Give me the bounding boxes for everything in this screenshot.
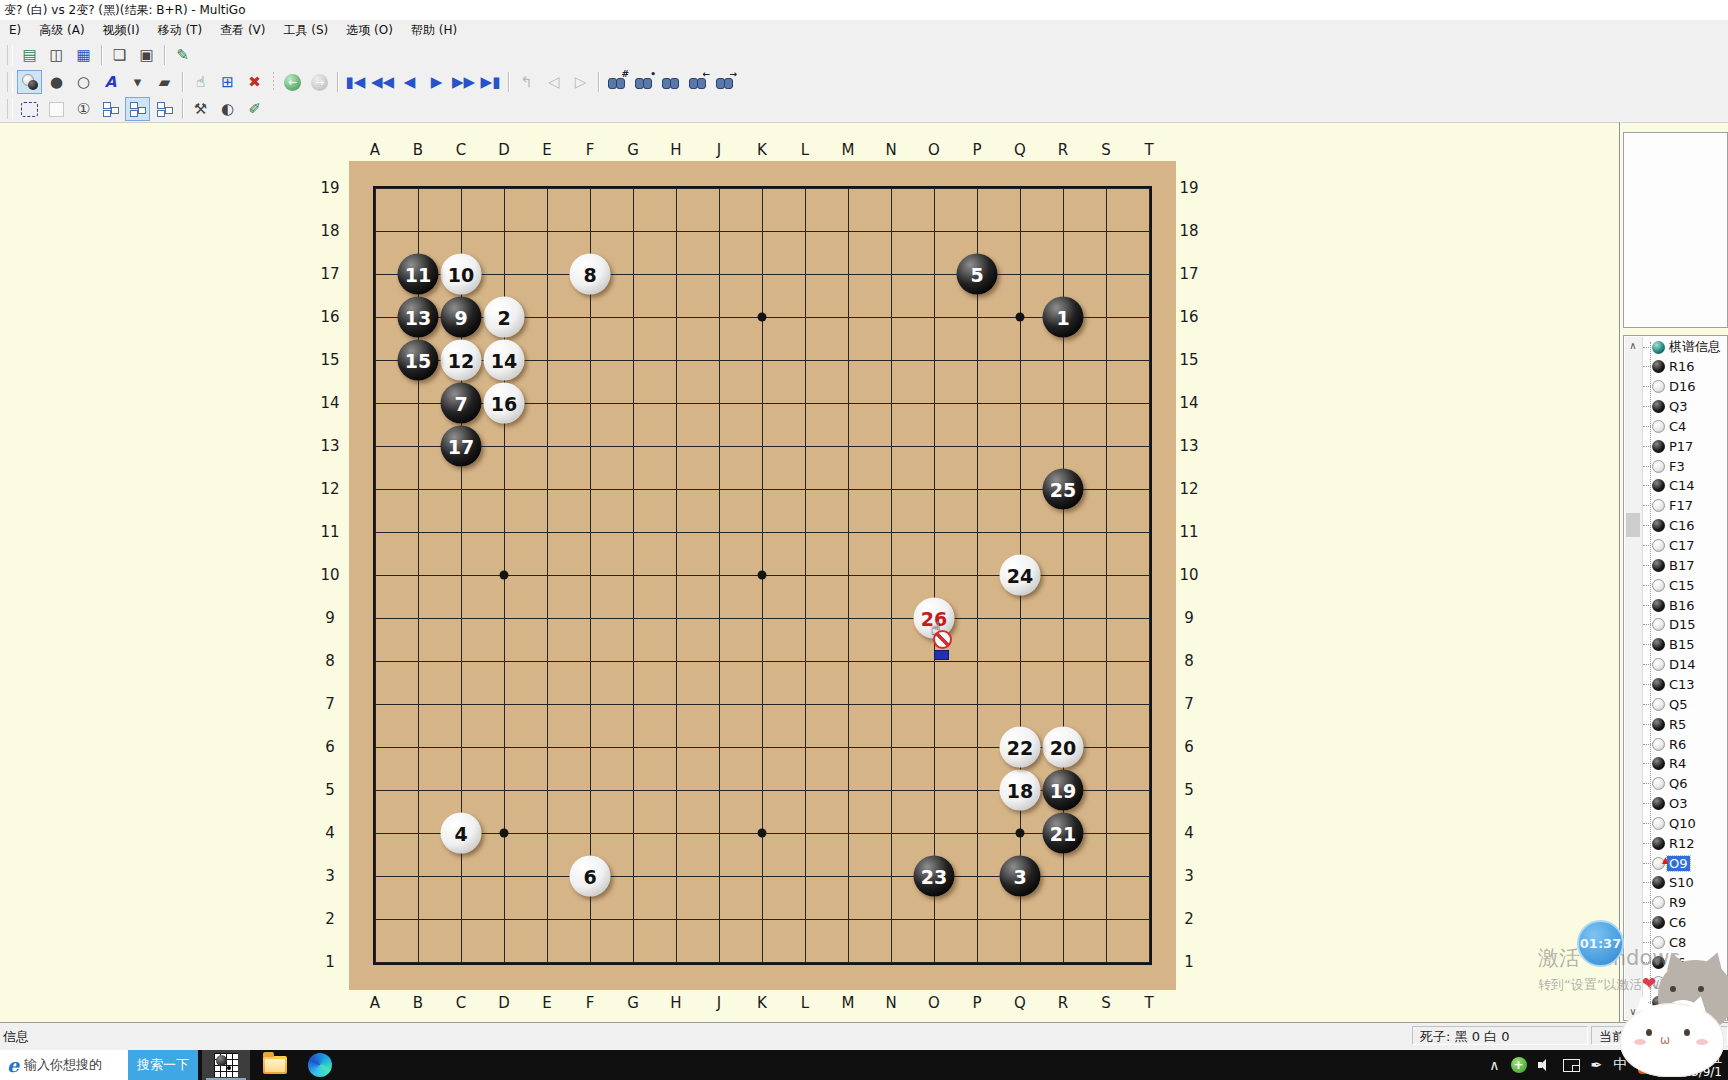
tree-compact-icon[interactable] — [125, 97, 150, 121]
move-label: D16 — [1669, 379, 1696, 394]
edge-browser-icon — [308, 1053, 332, 1077]
prev-variation-icon[interactable]: ◁ — [541, 70, 566, 94]
move-label: O9 — [1667, 856, 1690, 871]
move-label: R5 — [1669, 717, 1686, 732]
white-stone-icon — [1652, 499, 1665, 512]
black-stone-icon — [1652, 996, 1665, 1009]
move-label: Q5 — [1669, 697, 1688, 712]
black-stone-icon — [1652, 479, 1665, 492]
coord-row-9: 9 — [325, 609, 335, 627]
coord-row-16: 16 — [320, 308, 339, 326]
coord-col-J: J — [717, 141, 721, 159]
white-stone-icon — [1652, 579, 1665, 592]
black-stone-icon — [1652, 599, 1665, 612]
white-stone-icon — [1652, 618, 1665, 631]
coord-col-N: N — [885, 141, 896, 159]
current-move-status: 当前落子: 26 (O9) — [1591, 1026, 1728, 1045]
last-move-icon[interactable]: ▶▮ — [478, 70, 503, 94]
annotate-icon[interactable]: ✐ — [242, 97, 267, 121]
coord-row-8: 8 — [1184, 652, 1194, 670]
copy-icon[interactable]: ❏ — [107, 43, 132, 67]
coord-col-J: J — [717, 994, 721, 1012]
white-stone-icon — [1652, 738, 1665, 751]
toolbar-area: ▤◫▦❏▣✎ ●○A▾▰☝⊞✖←→▮◀◀◀◀▶▶▶▶▮↰◁▷#•←→ ①⚒◐✐ — [0, 41, 1728, 123]
game-info-panel — [1623, 132, 1728, 328]
move-label: Q10 — [1669, 816, 1696, 831]
tree-connector — [1643, 466, 1651, 467]
tree-move-item-C15[interactable]: C15 — [1643, 576, 1695, 594]
tree-move-item-E6[interactable]: E6 — [1643, 953, 1686, 971]
tree-connector — [1643, 605, 1651, 606]
tree-connector — [1643, 803, 1651, 804]
stone-C14[interactable]: 7 — [441, 383, 482, 424]
menu-item-3[interactable]: 移动 (T) — [149, 20, 212, 41]
status-bar: 信息 死子: 黑 0 白 0 当前落子: 26 (O9) — [0, 1022, 1728, 1051]
toolbar-grip — [7, 99, 13, 119]
stone-P17[interactable]: 5 — [957, 254, 998, 295]
black-stone-icon — [1652, 718, 1665, 731]
volume-icon[interactable] — [1538, 1059, 1552, 1071]
stone-B16[interactable]: 13 — [398, 297, 439, 338]
standard-toolbar: ▤◫▦❏▣✎ — [0, 42, 196, 68]
tree-move-item-O9[interactable]: ▲O9 — [1643, 854, 1690, 872]
coord-col-D: D — [498, 994, 510, 1012]
scroll-down-button[interactable]: ∨ — [1625, 1003, 1641, 1019]
move-label: B16 — [1669, 598, 1694, 613]
status-message: 信息 — [3, 1028, 29, 1046]
coord-col-H: H — [670, 994, 681, 1012]
tree-move-item-C14[interactable]: C14 — [1643, 477, 1695, 495]
coord-row-3: 3 — [1184, 867, 1194, 885]
stone-C17[interactable]: 10 — [441, 254, 482, 295]
star-point — [758, 571, 767, 580]
toolbar-separator — [272, 72, 275, 92]
tree-move-item-D15[interactable]: D15 — [1643, 616, 1696, 634]
tree-connector — [1643, 902, 1651, 903]
search-placeholder: 输入你想搜的 — [24, 1056, 102, 1074]
move-list: 棋谱信息R16D16Q3C4P17F3C14F17C16C17B17C15B16… — [1643, 336, 1727, 1020]
tree-connector — [1643, 446, 1651, 447]
coord-col-C: C — [456, 141, 466, 159]
menu-item-5[interactable]: 工具 (S) — [274, 20, 337, 41]
taskbar-search-box[interactable]: e 输入你想搜的 — [0, 1050, 128, 1080]
search-go-button[interactable]: 搜索一下 — [128, 1050, 198, 1080]
tree-connector — [1643, 744, 1651, 745]
edit-nav-toolbar: ●○A▾▰☝⊞✖←→▮◀◀◀◀▶▶▶▶▮↰◁▷#•←→ — [0, 69, 738, 95]
no-entry-icon — [933, 630, 952, 649]
system-tray: ∧ + ✒ 中 S 9:53 周五 2023/9/1 — [1489, 1050, 1728, 1080]
toolbar-separator — [164, 45, 165, 65]
toolbar-grip — [7, 45, 13, 65]
white-stone-icon — [1652, 420, 1665, 433]
coord-row-10: 10 — [320, 566, 339, 584]
white-stone-tool[interactable]: ○ — [71, 70, 96, 94]
properties-icon[interactable]: ✎ — [170, 43, 195, 67]
coord-col-B: B — [413, 994, 423, 1012]
move-number-icon[interactable]: ① — [71, 97, 96, 121]
coord-col-N: N — [885, 994, 896, 1012]
tree-move-item-C16[interactable]: C16 — [1643, 517, 1695, 535]
star-point — [758, 829, 767, 838]
pen-input-icon[interactable]: ✒ — [1591, 1057, 1603, 1073]
hand-tool[interactable]: ☝ — [188, 70, 213, 94]
tree-move-item-O3[interactable]: O3 — [1643, 795, 1688, 813]
folder-icon — [263, 1056, 287, 1074]
stone-O3[interactable]: 23 — [914, 856, 955, 897]
tree-connector — [1643, 783, 1651, 784]
coord-row-17: 17 — [1179, 265, 1198, 283]
taskbar: e 输入你想搜的 搜索一下 ∧ + ✒ 中 S 9:53 周五 2023/9/1 — [0, 1050, 1728, 1080]
position-query-icon[interactable]: ◐ — [215, 97, 240, 121]
black-stone-icon — [1652, 678, 1665, 691]
tree-move-item-Q6[interactable]: Q6 — [1643, 775, 1688, 793]
cursor-cuff — [934, 650, 949, 660]
move-label: R9 — [1669, 895, 1686, 910]
white-stone-icon — [1652, 539, 1665, 552]
tree-view-icon[interactable] — [98, 97, 123, 121]
tree-move-item-C6[interactable]: C6 — [1643, 914, 1686, 932]
star-point — [500, 571, 509, 580]
find-move-number-icon[interactable]: # — [604, 70, 629, 94]
move-label: S10 — [1669, 875, 1694, 890]
tree-root-item[interactable]: 棋谱信息 — [1643, 338, 1721, 356]
tree-move-item-P17[interactable]: P17 — [1643, 437, 1693, 455]
sogou-icon[interactable]: S — [1638, 1056, 1656, 1074]
coord-col-T: T — [1144, 141, 1153, 159]
clock-time: 9:53 周五 — [1667, 1051, 1722, 1065]
tree-move-item-R5[interactable]: R5 — [1643, 715, 1686, 733]
tree-connector — [1643, 664, 1651, 665]
tools-icon[interactable]: ⚒ — [188, 97, 213, 121]
coord-col-B: B — [413, 141, 423, 159]
black-stone-icon — [1652, 757, 1665, 770]
coord-col-P: P — [972, 141, 981, 159]
stone-R6[interactable]: 20 — [1043, 727, 1084, 768]
white-stone-icon — [1652, 896, 1665, 909]
coord-row-7: 7 — [1184, 695, 1194, 713]
coord-row-19: 19 — [320, 179, 339, 197]
tree-move-item-hidden-32[interactable] — [1643, 973, 1669, 991]
coord-row-15: 15 — [1179, 351, 1198, 369]
coord-row-9: 9 — [1184, 609, 1194, 627]
forward-10-icon[interactable]: ▶▶ — [451, 70, 476, 94]
black-stone-icon — [1652, 519, 1665, 532]
letter-a-icon: A — [105, 73, 117, 91]
move-label: R6 — [1669, 737, 1686, 752]
toolbar-separator — [598, 72, 599, 92]
coord-row-11: 11 — [320, 523, 339, 541]
export-image-icon[interactable]: ▦ — [71, 43, 96, 67]
binoculars-icon: • — [635, 76, 652, 88]
white-stone-icon — [1652, 698, 1665, 711]
coord-row-14: 14 — [320, 394, 339, 412]
stone-C15[interactable]: 12 — [441, 340, 482, 381]
delete-node-icon[interactable]: ✖ — [242, 70, 267, 94]
coord-col-F: F — [586, 141, 595, 159]
coord-row-2: 2 — [325, 910, 335, 928]
find-next-icon[interactable]: → — [712, 70, 737, 94]
menu-item-6[interactable]: 选项 (O) — [337, 20, 402, 41]
tree-move-item-C17[interactable]: C17 — [1643, 537, 1695, 555]
tree-connector — [1643, 982, 1651, 983]
stone-D16[interactable]: 2 — [484, 297, 525, 338]
stone-B17[interactable]: 11 — [398, 254, 439, 295]
white-stone-icon — [1652, 976, 1665, 989]
taskbar-explorer-icon[interactable] — [255, 1050, 295, 1080]
alternate-stones-icon — [22, 74, 38, 90]
white-stone-icon — [1652, 817, 1665, 830]
forward-1-icon[interactable]: ▶ — [424, 70, 449, 94]
coord-col-M: M — [842, 141, 855, 159]
tree-move-item-D14[interactable]: D14 — [1643, 656, 1696, 674]
move-label: C15 — [1669, 578, 1695, 593]
up-variation-icon[interactable]: ↰ — [514, 70, 539, 94]
stone-R5[interactable]: 19 — [1043, 770, 1084, 811]
tree-move-item-S10[interactable]: S10 — [1643, 874, 1694, 892]
coord-col-Q: Q — [1014, 994, 1026, 1012]
stone-D15[interactable]: 14 — [484, 340, 525, 381]
menu-bar: E)高级 (A)视频(I)移动 (T)查看 (V)工具 (S)选项 (O)帮助 … — [0, 20, 1728, 42]
stone-C16[interactable]: 9 — [441, 297, 482, 338]
print-icon[interactable]: ▤ — [17, 43, 42, 67]
stone-Q3[interactable]: 3 — [1000, 856, 1041, 897]
stone-F3[interactable]: 6 — [570, 856, 611, 897]
label-tool[interactable]: A — [98, 70, 123, 94]
toolbar-separator — [182, 72, 183, 92]
black-stone-icon — [1652, 400, 1665, 413]
panel-divider — [1619, 122, 1620, 1022]
tree-connector — [1643, 485, 1651, 486]
stone-Q10[interactable]: 24 — [1000, 555, 1041, 596]
first-move-icon[interactable]: ▮◀ — [343, 70, 368, 94]
black-stone-tool[interactable]: ● — [44, 70, 69, 94]
toolbar-separator — [182, 99, 183, 119]
coord-col-A: A — [370, 141, 380, 159]
tree-move-item-B16[interactable]: B16 — [1643, 596, 1694, 614]
stone-R4[interactable]: 21 — [1043, 813, 1084, 854]
tree-diagram-icon — [103, 102, 119, 117]
menu-item-2[interactable]: 视频(I) — [94, 20, 149, 41]
coord-row-2: 2 — [1184, 910, 1194, 928]
tree-diagram-icon — [130, 102, 146, 117]
star-point — [758, 313, 767, 322]
coord-col-A: A — [370, 994, 380, 1012]
coord-col-O: O — [928, 994, 940, 1012]
move-label: D15 — [1669, 617, 1696, 632]
next-variation-icon[interactable]: ▷ — [568, 70, 593, 94]
coord-row-4: 4 — [325, 824, 335, 842]
coord-row-10: 10 — [1179, 566, 1198, 584]
full-board-icon[interactable] — [44, 97, 69, 121]
tree-move-item-C8[interactable]: C8 — [1643, 934, 1686, 952]
tree-connector — [1643, 545, 1651, 546]
white-stone-icon — [1652, 777, 1665, 790]
binoculars-icon — [662, 76, 679, 88]
tree-move-item-C13[interactable]: C13 — [1643, 675, 1695, 693]
tree-move-item-R12[interactable]: R12 — [1643, 834, 1695, 852]
tree-move-item-R6[interactable]: R6 — [1643, 735, 1686, 753]
taskbar-edge-icon[interactable] — [300, 1050, 340, 1080]
tree-move-item-R4[interactable]: R4 — [1643, 755, 1686, 773]
region-select-icon[interactable] — [17, 97, 42, 121]
black-stone-icon — [1652, 876, 1665, 889]
tree-layout-icon[interactable] — [152, 97, 177, 121]
coord-col-S: S — [1101, 141, 1111, 159]
black-stone-icon — [1652, 638, 1665, 651]
menu-item-7[interactable]: 帮助 (H) — [402, 20, 466, 41]
move-label: B15 — [1669, 637, 1694, 652]
tree-connector — [1643, 644, 1651, 645]
circle-arrow-icon: ← — [284, 74, 301, 91]
tree-move-item-F3[interactable]: F3 — [1643, 457, 1685, 475]
coord-row-13: 13 — [320, 437, 339, 455]
paste-icon[interactable]: ▣ — [134, 43, 159, 67]
print-preview-icon[interactable]: ◫ — [44, 43, 69, 67]
coord-row-5: 5 — [325, 781, 335, 799]
browser-e-icon: e — [7, 1054, 19, 1076]
white-stone-icon — [1652, 936, 1665, 949]
move-label: F17 — [1669, 498, 1693, 513]
taskbar-multigo-icon[interactable] — [202, 1050, 250, 1080]
back-10-icon[interactable]: ◀◀ — [370, 70, 395, 94]
move-label: P17 — [1669, 439, 1693, 454]
coord-col-K: K — [757, 141, 767, 159]
taskbar-clock[interactable]: 9:53 周五 2023/9/1 — [1667, 1051, 1722, 1079]
coord-row-6: 6 — [1184, 738, 1194, 756]
tree-move-item-B17[interactable]: B17 — [1643, 556, 1694, 574]
stone-C13[interactable]: 17 — [441, 426, 482, 467]
coord-col-H: H — [670, 141, 681, 159]
move-label: C4 — [1669, 419, 1686, 434]
tree-move-item-hidden-33[interactable] — [1643, 993, 1669, 1011]
white-stone-icon: ▲ — [1652, 857, 1665, 870]
stone-R16[interactable]: 1 — [1043, 297, 1084, 338]
white-stone-icon — [1652, 460, 1665, 473]
move-label: C16 — [1669, 518, 1695, 533]
coord-col-G: G — [627, 994, 639, 1012]
go-forward-icon[interactable]: → — [307, 70, 332, 94]
tree-move-item-R16[interactable]: R16 — [1643, 358, 1695, 376]
tree-move-item-Q5[interactable]: Q5 — [1643, 695, 1688, 713]
tree-diagram-icon — [157, 102, 173, 117]
black-stone-icon — [1652, 360, 1665, 373]
tree-connector — [1643, 942, 1651, 943]
move-label: R12 — [1669, 836, 1695, 851]
stone-R12[interactable]: 25 — [1043, 469, 1084, 510]
tree-connector — [1643, 565, 1651, 566]
menu-item-0[interactable]: E) — [0, 20, 30, 41]
coord-row-17: 17 — [320, 265, 339, 283]
tree-move-item-R9[interactable]: R9 — [1643, 894, 1686, 912]
stone-Q5[interactable]: 18 — [1000, 770, 1041, 811]
tree-move-item-F17[interactable]: F17 — [1643, 497, 1693, 515]
tray-chevron-icon[interactable]: ∧ — [1489, 1057, 1499, 1073]
coord-col-K: K — [757, 994, 767, 1012]
move-label: Q6 — [1669, 776, 1688, 791]
toolbar-separator — [101, 45, 102, 65]
coord-row-5: 5 — [1184, 781, 1194, 799]
coord-row-14: 14 — [1179, 394, 1198, 412]
coord-col-R: R — [1058, 141, 1068, 159]
tree-connector — [1643, 1002, 1651, 1003]
star-point — [1016, 313, 1025, 322]
coord-col-E: E — [542, 994, 551, 1012]
board-square-icon — [49, 102, 64, 117]
menu-item-1[interactable]: 高级 (A) — [30, 20, 93, 41]
tree-move-item-Q10[interactable]: Q10 — [1643, 814, 1696, 832]
move-label: C17 — [1669, 538, 1695, 553]
tree-move-item-D16[interactable]: D16 — [1643, 378, 1696, 396]
stone-Q6[interactable]: 22 — [1000, 727, 1041, 768]
stone-F17[interactable]: 8 — [570, 254, 611, 295]
star-point — [1016, 829, 1025, 838]
stone-C4[interactable]: 4 — [441, 813, 482, 854]
move-label: R16 — [1669, 359, 1695, 374]
stone-D14[interactable]: 16 — [484, 383, 525, 424]
move-label: 棋谱信息 — [1669, 338, 1721, 356]
coord-row-11: 11 — [1179, 523, 1198, 541]
black-stone-icon — [1652, 797, 1665, 810]
binoculars-icon: → — [716, 76, 733, 88]
coord-row-1: 1 — [325, 953, 335, 971]
label-dropdown[interactable]: ▾ — [125, 70, 150, 94]
coord-row-7: 7 — [325, 695, 335, 713]
coord-row-18: 18 — [1179, 222, 1198, 240]
move-label: F3 — [1669, 459, 1685, 474]
go-back-icon[interactable]: ← — [280, 70, 305, 94]
insert-node-icon[interactable]: ⊞ — [215, 70, 240, 94]
move-tree-panel[interactable]: ∧ ∨ 棋谱信息R16D16Q3C4P17F3C14F17C16C17B17C1… — [1623, 335, 1728, 1021]
find-icon[interactable] — [658, 70, 683, 94]
tree-move-item-C4[interactable]: C4 — [1643, 417, 1686, 435]
timer-bubble: 01:37 — [1577, 920, 1624, 967]
find-prev-icon[interactable]: ← — [685, 70, 710, 94]
back-1-icon[interactable]: ◀ — [397, 70, 422, 94]
ime-indicator[interactable]: 中 — [1613, 1056, 1627, 1074]
title-bar: 变? (白) vs 2变? (黑)(结果: B+R) - MultiGo — [0, 0, 1728, 20]
coord-row-6: 6 — [325, 738, 335, 756]
toolbar-grip — [7, 72, 13, 92]
tree-connector — [1643, 366, 1651, 367]
coord-row-16: 16 — [1179, 308, 1198, 326]
network-icon[interactable] — [1563, 1059, 1580, 1072]
scroll-up-button[interactable]: ∧ — [1625, 337, 1641, 353]
scrollbar-thumb[interactable] — [1626, 513, 1640, 537]
tray-antivirus-icon[interactable]: + — [1511, 1057, 1527, 1073]
tree-scrollbar[interactable]: ∧ ∨ — [1625, 337, 1643, 1019]
menu-item-4[interactable]: 查看 (V) — [211, 20, 274, 41]
black-stone-icon — [1652, 916, 1665, 929]
find-point-icon[interactable]: • — [631, 70, 656, 94]
tree-connector — [1643, 843, 1651, 844]
coord-col-P: P — [972, 994, 981, 1012]
stone-B15[interactable]: 15 — [398, 340, 439, 381]
coord-row-12: 12 — [1179, 480, 1198, 498]
tree-connector — [1643, 505, 1651, 506]
coord-col-D: D — [498, 141, 510, 159]
coord-col-Q: Q — [1014, 141, 1026, 159]
tree-connector — [1643, 863, 1651, 864]
white-stone-icon — [1652, 380, 1665, 393]
alternate-move-tool[interactable] — [17, 70, 42, 94]
eraser-tool[interactable]: ▰ — [152, 70, 177, 94]
black-stone-icon — [1652, 837, 1665, 850]
tree-connector — [1643, 406, 1651, 407]
tree-move-item-B15[interactable]: B15 — [1643, 636, 1694, 654]
tree-connector — [1643, 426, 1651, 427]
tree-move-item-Q3[interactable]: Q3 — [1643, 398, 1688, 416]
view-toolbar: ①⚒◐✐ — [0, 96, 268, 122]
